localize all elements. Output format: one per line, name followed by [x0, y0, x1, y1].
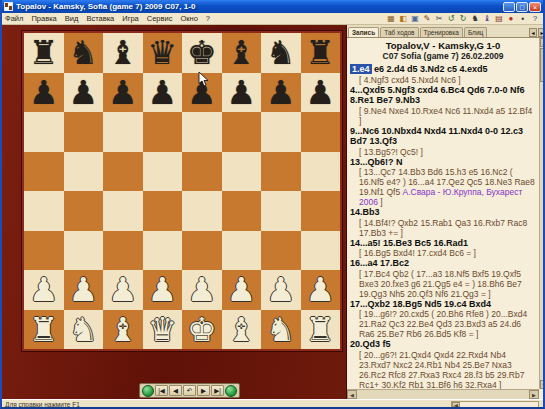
- help-icon[interactable]: ?: [530, 14, 540, 24]
- white-queen: ♛: [143, 310, 183, 350]
- status-text: Для справки нажмите F1: [2, 401, 451, 408]
- white-pawn: ♟: [143, 270, 183, 310]
- back-button[interactable]: ◀: [169, 385, 182, 396]
- notation-area[interactable]: Topalov,V - Kamsky,G 1-0 C07 Sofia (game…: [347, 38, 539, 389]
- tab-scroll-left-icon[interactable]: ◂: [529, 28, 537, 37]
- square-f1[interactable]: ♝: [222, 310, 262, 350]
- takeback-button[interactable]: ↶: [183, 385, 196, 396]
- status-bar: Для справки нажмите F1 ◀: [2, 399, 543, 409]
- square-e4[interactable]: [182, 191, 222, 231]
- game-header-players: Topalov,V - Kamsky,G 1-0: [350, 40, 536, 51]
- variation-moves[interactable]: ]: [378, 197, 383, 207]
- white-knight: ♞: [261, 310, 301, 350]
- new-board-icon[interactable]: ▦: [386, 14, 396, 24]
- white-king: ♚: [182, 310, 222, 350]
- square-g3[interactable]: [261, 231, 301, 271]
- white-pawn: ♟: [222, 270, 262, 310]
- square-h6[interactable]: [301, 112, 341, 152]
- mainline-moves[interactable]: 14.Bb3: [350, 207, 380, 217]
- notation-panel: ЗаписьТаб ходовТренировкаБлиц◂▸ Topalov,…: [346, 25, 545, 399]
- scroll-left-icon[interactable]: ◀: [347, 390, 357, 399]
- notation-line: 14...a5! 15.Be3 Bc5 16.Rad1: [350, 238, 536, 249]
- square-d4[interactable]: [143, 191, 183, 231]
- mainline-moves[interactable]: 4...Qxd5 5.Ngf3 cxd4 6.Bc4 Qd6 7.0-0 Nf6…: [350, 85, 525, 106]
- mainline-moves[interactable]: 20.Qd3 f5: [350, 339, 391, 349]
- menu-item-7[interactable]: Окно: [180, 14, 197, 23]
- square-b8[interactable]: ♞: [64, 33, 104, 73]
- square-g6[interactable]: [261, 112, 301, 152]
- white-pawn: ♟: [301, 270, 341, 310]
- mainline-moves[interactable]: 17...Qxb2 18.Bg5 Nd5 19.c4 Bxd4: [350, 299, 491, 309]
- square-e6[interactable]: [182, 112, 222, 152]
- tab-scroll-right-icon[interactable]: ▸: [538, 28, 545, 37]
- black-knight: ♞: [64, 33, 104, 73]
- square-e5[interactable]: [182, 152, 222, 192]
- variation-moves[interactable]: [ 13.Bg5?! Qc5! ]: [359, 147, 423, 157]
- edit-annotation-icon[interactable]: ✎: [422, 14, 432, 24]
- mainline-moves[interactable]: 14...a5! 15.Be3 Bc5 16.Rad1: [350, 238, 468, 248]
- square-c3[interactable]: [103, 231, 143, 271]
- square-c7[interactable]: ♟: [103, 73, 143, 113]
- replay-toolbar: ●|◀◀↶▶▶|●: [139, 383, 240, 398]
- window-title: Topalov - Kamsky, Sofia (game 7) 2009 C0…: [16, 2, 503, 11]
- square-a4[interactable]: [24, 191, 64, 231]
- notation-line: [ 16.Bg5 Bxd4! 17.cxd4 Bc6 = ]: [350, 248, 536, 258]
- black-bishop: ♝: [222, 33, 262, 73]
- board-panel: ♜♞♝♛♚♝♞♜♟♟♟♟♟♟♟♟♟♟♟♟♟♟♟♟♜♞♝♛♚♝♞♜ ●|◀◀↶▶▶…: [2, 25, 346, 399]
- toolbar-icons: ▦◧▣✎✂↺↻♞♝▤●▪?: [386, 14, 540, 24]
- menu-items: ФайлПравкаВидВставкаИграСервисОкно?: [5, 14, 218, 23]
- square-h4[interactable]: [301, 191, 341, 231]
- square-h2[interactable]: ♟: [301, 270, 341, 310]
- status-scroll-track[interactable]: [460, 402, 538, 407]
- square-g1[interactable]: ♞: [261, 310, 301, 350]
- menu-item-1[interactable]: Файл: [5, 14, 23, 23]
- variation-moves[interactable]: [ 9.Ne4 Nxe4 10.Rxe4 Nc6 11.Nxd4 a5 12.B…: [359, 106, 532, 126]
- variation-moves[interactable]: [ 14.Bf4!? Qxb2 15.Rab1 Qa3 16.Rxb7 Rac8…: [359, 218, 527, 238]
- menu-item-8[interactable]: ?: [206, 14, 210, 23]
- square-d2[interactable]: ♟: [143, 270, 183, 310]
- undo-move-icon[interactable]: ↺: [446, 14, 456, 24]
- maximize-button[interactable]: □: [516, 2, 528, 12]
- status-scroll-widget[interactable]: ◀: [451, 401, 539, 408]
- square-c4[interactable]: [103, 191, 143, 231]
- scroll-down-icon[interactable]: ▼: [540, 380, 545, 389]
- white-pawn: ♟: [103, 270, 143, 310]
- square-a2[interactable]: ♟: [24, 270, 64, 310]
- mouse-cursor: [198, 72, 209, 87]
- mainline-moves[interactable]: 16...a4 17.Bc2: [350, 258, 409, 268]
- square-g7[interactable]: ♟: [261, 73, 301, 113]
- menu-item-6[interactable]: Сервис: [147, 14, 173, 23]
- square-f3[interactable]: [222, 231, 262, 271]
- stop-icon[interactable]: ▪: [518, 14, 528, 24]
- scrollbar-thumb[interactable]: [540, 48, 545, 82]
- go-to-start-button[interactable]: |◀: [155, 385, 168, 396]
- notation-line: 16...a4 17.Bc2: [350, 258, 536, 269]
- vertical-scrollbar[interactable]: ▲ ▼: [539, 38, 545, 389]
- black-pawn: ♟: [222, 73, 262, 113]
- white-rook: ♜: [301, 310, 341, 350]
- scroll-up-icon[interactable]: ▲: [540, 38, 545, 47]
- notation-line: [ 9.Ne4 Nxe4 10.Rxe4 Nc6 11.Nxd4 a5 12.B…: [350, 106, 536, 126]
- black-pawn: ♟: [64, 73, 104, 113]
- variation-moves[interactable]: [ 4.Ngf3 cxd4 5.Nxd4 Nc6 ]: [359, 75, 461, 85]
- close-button[interactable]: ×: [529, 2, 541, 12]
- white-knight: ♞: [64, 310, 104, 350]
- save-game-icon[interactable]: ▣: [410, 14, 420, 24]
- square-g5[interactable]: [261, 152, 301, 192]
- menu-item-4[interactable]: Вставка: [86, 14, 114, 23]
- notation-line: [ 4.Ngf3 cxd4 5.Nxd4 Nc6 ]: [350, 75, 536, 85]
- tab-2[interactable]: Таб ходов: [380, 27, 418, 37]
- notation-line: 4...Qxd5 5.Ngf3 cxd4 6.Bc4 Qd6 7.0-0 Nf6…: [350, 85, 536, 106]
- variation-moves[interactable]: [ 17.Bc4 Qb2 ( 17...a3 18.Nf5 Bxf5 19.Qx…: [359, 269, 522, 299]
- tab-1[interactable]: Запись: [348, 27, 379, 37]
- white-pawn: ♟: [182, 270, 222, 310]
- square-h8[interactable]: ♜: [301, 33, 341, 73]
- game-header-event: C07 Sofia (game 7) 26.02.2009: [350, 51, 536, 61]
- notation-lines: 1.e4 e6 2.d4 d5 3.Nd2 c5 4.exd5[ 4.Ngf3 …: [350, 64, 536, 389]
- square-e8[interactable]: ♚: [182, 33, 222, 73]
- square-g2[interactable]: ♟: [261, 270, 301, 310]
- tab-scroll-arrows: ◂▸: [529, 28, 545, 37]
- square-c6[interactable]: [103, 112, 143, 152]
- square-e1[interactable]: ♚: [182, 310, 222, 350]
- square-a5[interactable]: [24, 152, 64, 192]
- autoplay-reverse-button[interactable]: ●: [142, 385, 154, 397]
- white-bishop: ♝: [103, 310, 143, 350]
- chess-board[interactable]: ♜♞♝♛♚♝♞♜♟♟♟♟♟♟♟♟♟♟♟♟♟♟♟♟♜♞♝♛♚♝♞♜: [24, 33, 340, 349]
- square-b7[interactable]: ♟: [64, 73, 104, 113]
- menu-item-5[interactable]: Игра: [122, 14, 138, 23]
- forward-button[interactable]: ▶: [197, 385, 210, 396]
- square-b1[interactable]: ♞: [64, 310, 104, 350]
- square-f6[interactable]: [222, 112, 262, 152]
- square-h3[interactable]: [301, 231, 341, 271]
- square-f7[interactable]: ♟: [222, 73, 262, 113]
- panel-tabs: ЗаписьТаб ходовТренировкаБлиц◂▸: [347, 25, 545, 38]
- notation-line: 17...Qxb2 18.Bg5 Nd5 19.c4 Bxd4: [350, 299, 536, 310]
- app-icon: [4, 2, 13, 11]
- redo-move-icon[interactable]: ↻: [458, 14, 468, 24]
- white-pawn: ♟: [261, 270, 301, 310]
- square-a8[interactable]: ♜: [24, 33, 64, 73]
- menu-bar: ФайлПравкаВидВставкаИграСервисОкно? ▦◧▣✎…: [2, 13, 543, 25]
- notation-line: 20.Qd3 f5: [350, 339, 536, 350]
- horizontal-scrollbar-track[interactable]: [357, 390, 529, 399]
- notation-line: [ 14.Bf4!? Qxb2 15.Rab1 Qa3 16.Rxb7 Rac8…: [350, 218, 536, 238]
- notation-line: 1.e4 e6 2.d4 d5 3.Nd2 c5 4.exd5: [350, 64, 536, 75]
- square-b6[interactable]: [64, 112, 104, 152]
- scroll-right-icon[interactable]: ▶: [529, 390, 539, 399]
- black-pawn: ♟: [301, 73, 341, 113]
- mainline-moves[interactable]: 13...Qb6!? N: [350, 157, 403, 167]
- title-bar[interactable]: Topalov - Kamsky, Sofia (game 7) 2009 C0…: [2, 0, 543, 13]
- black-pawn: ♟: [103, 73, 143, 113]
- minimize-button[interactable]: _: [503, 2, 515, 12]
- black-pawn: ♟: [143, 73, 183, 113]
- square-h7[interactable]: ♟: [301, 73, 341, 113]
- black-rook: ♜: [301, 33, 341, 73]
- open-database-icon[interactable]: ◧: [398, 14, 408, 24]
- square-c5[interactable]: [103, 152, 143, 192]
- square-d6[interactable]: [143, 112, 183, 152]
- notation-line: 13...Qb6!? N: [350, 157, 536, 168]
- square-c8[interactable]: ♝: [103, 33, 143, 73]
- square-d7[interactable]: ♟: [143, 73, 183, 113]
- square-g4[interactable]: [261, 191, 301, 231]
- square-d5[interactable]: [143, 152, 183, 192]
- status-scroll-left-icon[interactable]: ◀: [452, 402, 460, 407]
- square-f2[interactable]: ♟: [222, 270, 262, 310]
- notation-line: [ 13.Bg5?! Qc5! ]: [350, 147, 536, 157]
- square-b2[interactable]: ♟: [64, 270, 104, 310]
- square-h1[interactable]: ♜: [301, 310, 341, 350]
- cut-icon[interactable]: ✂: [434, 14, 444, 24]
- square-d3[interactable]: [143, 231, 183, 271]
- notation-line: [ 20...g6?! 21.Qxd4 Qxd4 22.Rxd4 Nb4 23.…: [350, 350, 536, 390]
- square-b3[interactable]: [64, 231, 104, 271]
- variation-moves[interactable]: [ 19...g6!? 20.cxd5 ( 20.Bh6 Rfe8 ) 20..…: [359, 309, 527, 339]
- square-f4[interactable]: [222, 191, 262, 231]
- mainline-moves[interactable]: 9...Nc6 10.Nbxd4 Nxd4 11.Nxd4 0-0 12.c3 …: [350, 126, 523, 147]
- square-f5[interactable]: [222, 152, 262, 192]
- tab-3[interactable]: Тренировка: [420, 27, 463, 37]
- square-e3[interactable]: [182, 231, 222, 271]
- square-b4[interactable]: [64, 191, 104, 231]
- notation-line: [ 17.Bc4 Qb2 ( 17...a3 18.Nf5 Bxf5 19.Qx…: [350, 269, 536, 299]
- square-a7[interactable]: ♟: [24, 73, 64, 113]
- square-f8[interactable]: ♝: [222, 33, 262, 73]
- variation-moves[interactable]: [ 16.Bg5 Bxd4! 17.cxd4 Bc6 = ]: [359, 248, 476, 258]
- application-window: Topalov - Kamsky, Sofia (game 7) 2009 C0…: [0, 0, 545, 409]
- black-king: ♚: [182, 33, 222, 73]
- square-a1[interactable]: ♜: [24, 310, 64, 350]
- square-d8[interactable]: ♛: [143, 33, 183, 73]
- tab-4[interactable]: Блиц: [464, 27, 487, 37]
- notation-list-icon[interactable]: ▤: [494, 14, 504, 24]
- board-frame: ♜♞♝♛♚♝♞♜♟♟♟♟♟♟♟♟♟♟♟♟♟♟♟♟♜♞♝♛♚♝♞♜: [21, 30, 343, 352]
- square-h5[interactable]: [301, 152, 341, 192]
- notation-line: 9...Nc6 10.Nbxd4 Nxd4 11.Nxd4 0-0 12.c3 …: [350, 126, 536, 147]
- black-queen: ♛: [143, 33, 183, 73]
- black-knight: ♞: [261, 33, 301, 73]
- mainline-moves[interactable]: e6 2.d4 d5 3.Nd2 c5 4.exd5: [372, 64, 488, 74]
- notation-line: [ 13...Qc7 14.Bb3 Bd6 15.h3 e5 16.Nc2 ( …: [350, 167, 536, 207]
- square-e2[interactable]: ♟: [182, 270, 222, 310]
- square-c1[interactable]: ♝: [103, 310, 143, 350]
- black-rook: ♜: [24, 33, 64, 73]
- black-bishop: ♝: [103, 33, 143, 73]
- window-controls: _□×: [503, 2, 541, 12]
- square-b5[interactable]: [64, 152, 104, 192]
- horizontal-scrollbar[interactable]: ◀ ▶: [347, 389, 539, 399]
- go-to-end-button[interactable]: ▶|: [211, 385, 224, 396]
- menu-item-2[interactable]: Правка: [31, 14, 56, 23]
- white-rook: ♜: [24, 310, 64, 350]
- white-pawn: ♟: [24, 270, 64, 310]
- white-bishop: ♝: [222, 310, 262, 350]
- square-g8[interactable]: ♞: [261, 33, 301, 73]
- square-a3[interactable]: [24, 231, 64, 271]
- bishop-analysis-icon[interactable]: ♝: [482, 14, 492, 24]
- autoplay-button[interactable]: ●: [225, 385, 237, 397]
- variation-moves[interactable]: [ 20...g6?! 21.Qxd4 Qxd4 22.Rxd4 Nb4 23.…: [359, 350, 524, 390]
- square-d1[interactable]: ♛: [143, 310, 183, 350]
- current-move[interactable]: 1.e4: [350, 64, 372, 74]
- black-pawn: ♟: [24, 73, 64, 113]
- white-pawn: ♟: [64, 270, 104, 310]
- black-pawn: ♟: [261, 73, 301, 113]
- notation-line: [ 19...g6!? 20.cxd5 ( 20.Bh6 Rfe8 ) 20..…: [350, 309, 536, 339]
- square-c2[interactable]: ♟: [103, 270, 143, 310]
- square-a6[interactable]: [24, 112, 64, 152]
- knight-engine-icon[interactable]: ♞: [470, 14, 480, 24]
- notation-line: 14.Bb3: [350, 207, 536, 218]
- menu-item-3[interactable]: Вид: [65, 14, 79, 23]
- record-icon[interactable]: ●: [506, 14, 516, 24]
